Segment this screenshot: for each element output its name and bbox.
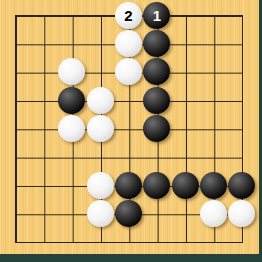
stone-black [200,172,227,199]
stone-white-move-2: 2 [115,2,142,29]
stone-white [58,58,85,85]
stone-black [143,172,170,199]
stone-white [115,58,142,85]
stone-black [172,172,199,199]
stone-white [228,200,255,227]
stone-white [200,200,227,227]
stone-white [87,115,114,142]
stones-layer: 21 [1,1,256,256]
stone-white [58,115,85,142]
stone-black [58,87,85,114]
stone-black [143,30,170,57]
stone-white [87,172,114,199]
stone-black [228,172,255,199]
stone-black [115,172,142,199]
board-edge-right-shadow [259,0,262,262]
stone-black [115,200,142,227]
board-edge-bottom-shadow [0,254,262,262]
stone-black [143,115,170,142]
stone-black [143,87,170,114]
stone-white [87,200,114,227]
stone-white [87,87,114,114]
stone-black-move-1: 1 [143,2,170,29]
stone-black [143,58,170,85]
stone-white [115,30,142,57]
go-board[interactable]: 21 [0,0,262,262]
